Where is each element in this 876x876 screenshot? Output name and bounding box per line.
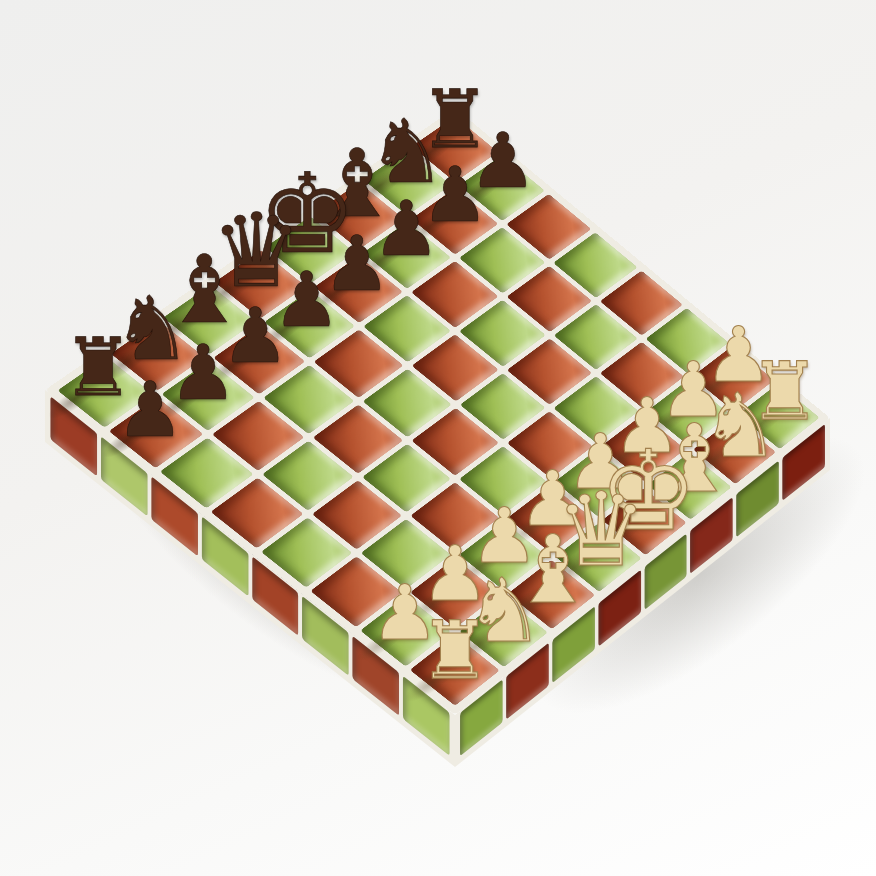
piece-black-pawn-a7[interactable]: ♟	[116, 372, 184, 448]
piece-white-rook-a1[interactable]: ♜	[419, 611, 491, 691]
black-pawn-glyph: ♟	[116, 372, 184, 448]
pieces-layer: ♜♞♟♝♟♚♟♛♟♝♟♞♟♟♜♟♟♜♟♟♞♟♝♟♚♟♛♟♝♟♞♜	[0, 0, 876, 876]
product-photo-stage: ♜♞♟♝♟♚♟♛♟♝♟♞♟♟♜♟♟♜♟♟♞♟♝♟♚♟♛♟♝♟♞♜	[0, 0, 876, 876]
white-rook-glyph: ♜	[419, 611, 491, 691]
